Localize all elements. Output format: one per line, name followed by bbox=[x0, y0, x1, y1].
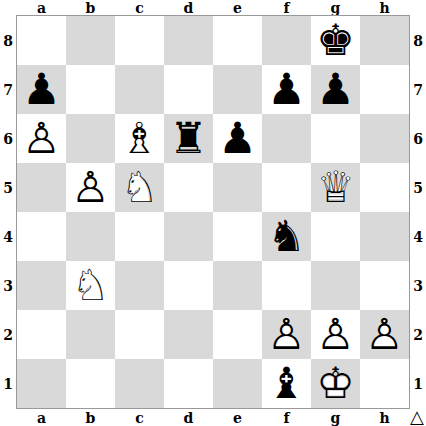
square-e3[interactable] bbox=[213, 261, 262, 310]
square-e1[interactable] bbox=[213, 359, 262, 408]
file-label-c: c bbox=[115, 0, 164, 15]
file-label-a: a bbox=[17, 410, 66, 426]
square-f6[interactable] bbox=[262, 114, 311, 163]
rank-label-6: 6 bbox=[410, 114, 426, 163]
square-e5[interactable] bbox=[213, 163, 262, 212]
piece-white-bishop[interactable]: ♗ bbox=[115, 114, 164, 163]
piece-white-pawn[interactable]: ♙ bbox=[262, 310, 311, 359]
square-a3[interactable] bbox=[17, 261, 66, 310]
square-g8[interactable]: ♚ bbox=[311, 16, 360, 65]
rank-labels-right: 87654321 bbox=[410, 16, 426, 408]
square-a5[interactable] bbox=[17, 163, 66, 212]
square-c6[interactable]: ♝♗ bbox=[115, 114, 164, 163]
square-h6[interactable] bbox=[360, 114, 409, 163]
file-label-h: h bbox=[360, 410, 409, 426]
piece-white-queen[interactable]: ♕ bbox=[311, 163, 360, 212]
file-label-b: b bbox=[66, 0, 115, 15]
rank-label-4: 4 bbox=[410, 212, 426, 261]
square-a6[interactable]: ♟♙ bbox=[17, 114, 66, 163]
file-label-g: g bbox=[311, 410, 360, 426]
square-d7[interactable] bbox=[164, 65, 213, 114]
square-e4[interactable] bbox=[213, 212, 262, 261]
file-labels-bottom: abcdefgh bbox=[17, 410, 409, 426]
square-d3[interactable] bbox=[164, 261, 213, 310]
square-b3[interactable]: ♞♘ bbox=[66, 261, 115, 310]
rank-label-5: 5 bbox=[410, 163, 426, 212]
rank-labels-left: 87654321 bbox=[0, 16, 16, 408]
piece-black-pawn[interactable]: ♟ bbox=[262, 65, 311, 114]
square-b8[interactable] bbox=[66, 16, 115, 65]
square-g1[interactable]: ♚♔ bbox=[311, 359, 360, 408]
square-a8[interactable] bbox=[17, 16, 66, 65]
square-c1[interactable] bbox=[115, 359, 164, 408]
square-g3[interactable] bbox=[311, 261, 360, 310]
square-b5[interactable]: ♟♙ bbox=[66, 163, 115, 212]
square-d8[interactable] bbox=[164, 16, 213, 65]
square-h8[interactable] bbox=[360, 16, 409, 65]
file-label-d: d bbox=[164, 410, 213, 426]
file-label-f: f bbox=[262, 0, 311, 15]
file-label-g: g bbox=[311, 0, 360, 15]
square-d2[interactable] bbox=[164, 310, 213, 359]
rank-label-6: 6 bbox=[0, 114, 16, 163]
piece-black-bishop[interactable]: ♝ bbox=[262, 359, 311, 408]
piece-black-pawn[interactable]: ♟ bbox=[17, 65, 66, 114]
piece-white-pawn[interactable]: ♙ bbox=[17, 114, 66, 163]
piece-white-king[interactable]: ♔ bbox=[311, 359, 360, 408]
file-labels-top: abcdefgh bbox=[17, 0, 409, 15]
piece-black-pawn[interactable]: ♟ bbox=[311, 65, 360, 114]
rank-label-1: 1 bbox=[410, 359, 426, 408]
square-h2[interactable]: ♟♙ bbox=[360, 310, 409, 359]
square-c2[interactable] bbox=[115, 310, 164, 359]
piece-fill-white-pawn: ♟ bbox=[66, 163, 115, 212]
piece-fill-white-bishop: ♝ bbox=[115, 114, 164, 163]
square-c5[interactable]: ♞♘ bbox=[115, 163, 164, 212]
piece-fill-white-king: ♚ bbox=[311, 359, 360, 408]
file-label-d: d bbox=[164, 0, 213, 15]
rank-label-4: 4 bbox=[0, 212, 16, 261]
rank-label-1: 1 bbox=[0, 359, 16, 408]
square-b2[interactable] bbox=[66, 310, 115, 359]
square-d5[interactable] bbox=[164, 163, 213, 212]
file-label-e: e bbox=[213, 0, 262, 15]
square-f7[interactable]: ♟ bbox=[262, 65, 311, 114]
file-label-a: a bbox=[17, 0, 66, 15]
piece-fill-white-knight: ♞ bbox=[66, 261, 115, 310]
piece-black-pawn[interactable]: ♟ bbox=[213, 114, 262, 163]
square-f8[interactable] bbox=[262, 16, 311, 65]
chess-diagram: abcdefgh 87654321 ♚♟♟♟♟♙♝♗♜♟♟♙♞♘♛♕♞♞♘♟♙♟… bbox=[0, 0, 426, 426]
rank-label-3: 3 bbox=[410, 261, 426, 310]
white-to-move-indicator: △ bbox=[408, 407, 426, 426]
square-g5[interactable]: ♛♕ bbox=[311, 163, 360, 212]
square-e7[interactable] bbox=[213, 65, 262, 114]
rank-label-7: 7 bbox=[0, 65, 16, 114]
square-d1[interactable] bbox=[164, 359, 213, 408]
square-c7[interactable] bbox=[115, 65, 164, 114]
square-a7[interactable]: ♟ bbox=[17, 65, 66, 114]
piece-fill-white-pawn: ♟ bbox=[17, 114, 66, 163]
square-g7[interactable]: ♟ bbox=[311, 65, 360, 114]
chess-board: ♚♟♟♟♟♙♝♗♜♟♟♙♞♘♛♕♞♞♘♟♙♟♙♟♙♝♚♔ bbox=[16, 15, 410, 409]
piece-fill-white-queen: ♛ bbox=[311, 163, 360, 212]
square-d6[interactable]: ♜ bbox=[164, 114, 213, 163]
rank-label-2: 2 bbox=[0, 310, 16, 359]
piece-white-pawn[interactable]: ♙ bbox=[360, 310, 409, 359]
square-d4[interactable] bbox=[164, 212, 213, 261]
file-label-b: b bbox=[66, 410, 115, 426]
file-label-c: c bbox=[115, 410, 164, 426]
square-f5[interactable] bbox=[262, 163, 311, 212]
piece-fill-white-pawn: ♟ bbox=[360, 310, 409, 359]
piece-fill-white-pawn: ♟ bbox=[311, 310, 360, 359]
square-f2[interactable]: ♟♙ bbox=[262, 310, 311, 359]
square-f3[interactable] bbox=[262, 261, 311, 310]
rank-label-2: 2 bbox=[410, 310, 426, 359]
square-a1[interactable] bbox=[17, 359, 66, 408]
square-g6[interactable] bbox=[311, 114, 360, 163]
file-label-f: f bbox=[262, 410, 311, 426]
square-g4[interactable] bbox=[311, 212, 360, 261]
square-c4[interactable] bbox=[115, 212, 164, 261]
square-c3[interactable] bbox=[115, 261, 164, 310]
square-e6[interactable]: ♟ bbox=[213, 114, 262, 163]
rank-label-8: 8 bbox=[0, 16, 16, 65]
square-a4[interactable] bbox=[17, 212, 66, 261]
square-e8[interactable] bbox=[213, 16, 262, 65]
square-g2[interactable]: ♟♙ bbox=[311, 310, 360, 359]
square-h7[interactable] bbox=[360, 65, 409, 114]
square-e2[interactable] bbox=[213, 310, 262, 359]
piece-white-knight[interactable]: ♘ bbox=[66, 261, 115, 310]
rank-label-7: 7 bbox=[410, 65, 426, 114]
square-h5[interactable] bbox=[360, 163, 409, 212]
square-b6[interactable] bbox=[66, 114, 115, 163]
rank-label-3: 3 bbox=[0, 261, 16, 310]
file-label-e: e bbox=[213, 410, 262, 426]
square-b4[interactable] bbox=[66, 212, 115, 261]
piece-black-king[interactable]: ♚ bbox=[311, 16, 360, 65]
piece-white-pawn[interactable]: ♙ bbox=[311, 310, 360, 359]
square-f1[interactable]: ♝ bbox=[262, 359, 311, 408]
file-label-h: h bbox=[360, 0, 409, 15]
piece-white-knight[interactable]: ♘ bbox=[115, 163, 164, 212]
piece-fill-white-knight: ♞ bbox=[115, 163, 164, 212]
square-h3[interactable] bbox=[360, 261, 409, 310]
square-b1[interactable] bbox=[66, 359, 115, 408]
piece-fill-white-pawn: ♟ bbox=[262, 310, 311, 359]
piece-black-rook[interactable]: ♜ bbox=[164, 114, 213, 163]
square-c8[interactable] bbox=[115, 16, 164, 65]
square-f4[interactable]: ♞ bbox=[262, 212, 311, 261]
piece-black-knight[interactable]: ♞ bbox=[262, 212, 311, 261]
piece-white-pawn[interactable]: ♙ bbox=[66, 163, 115, 212]
rank-label-8: 8 bbox=[410, 16, 426, 65]
square-h4[interactable] bbox=[360, 212, 409, 261]
square-a2[interactable] bbox=[17, 310, 66, 359]
square-b7[interactable] bbox=[66, 65, 115, 114]
square-h1[interactable] bbox=[360, 359, 409, 408]
rank-label-5: 5 bbox=[0, 163, 16, 212]
